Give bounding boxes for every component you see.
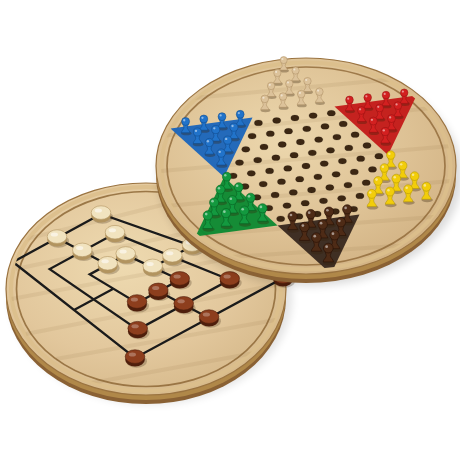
- hole[interactable]: [247, 170, 255, 176]
- hole[interactable]: [259, 181, 267, 187]
- hole[interactable]: [296, 139, 304, 145]
- boards-canvas: [0, 0, 460, 460]
- hole[interactable]: [339, 121, 347, 127]
- hole[interactable]: [315, 137, 323, 143]
- hole[interactable]: [338, 158, 346, 164]
- product-photo: [0, 0, 460, 460]
- hole[interactable]: [308, 150, 316, 156]
- hole[interactable]: [290, 152, 298, 158]
- hole[interactable]: [357, 156, 365, 162]
- hole[interactable]: [289, 190, 297, 196]
- hole[interactable]: [242, 146, 250, 152]
- hole[interactable]: [283, 203, 291, 209]
- hole[interactable]: [272, 155, 280, 161]
- hole[interactable]: [284, 128, 292, 134]
- hole[interactable]: [291, 115, 299, 121]
- hole[interactable]: [266, 131, 274, 137]
- hole[interactable]: [271, 192, 279, 198]
- hole[interactable]: [301, 200, 309, 206]
- hole[interactable]: [368, 167, 376, 173]
- hole[interactable]: [314, 174, 322, 180]
- hole[interactable]: [254, 120, 262, 126]
- hole[interactable]: [333, 134, 341, 140]
- hole[interactable]: [302, 163, 310, 169]
- hole[interactable]: [266, 168, 274, 174]
- hole[interactable]: [248, 133, 256, 139]
- hole[interactable]: [350, 169, 358, 175]
- hole[interactable]: [326, 185, 334, 191]
- hole[interactable]: [363, 143, 371, 149]
- hole[interactable]: [319, 198, 327, 204]
- hole[interactable]: [362, 180, 370, 186]
- hole[interactable]: [375, 153, 383, 159]
- hole[interactable]: [327, 110, 335, 116]
- hole[interactable]: [277, 179, 285, 185]
- hole[interactable]: [345, 145, 353, 151]
- hole[interactable]: [321, 124, 329, 130]
- hole[interactable]: [356, 193, 364, 199]
- hole[interactable]: [309, 113, 317, 119]
- hole[interactable]: [332, 171, 340, 177]
- hole[interactable]: [260, 144, 268, 150]
- hole[interactable]: [296, 176, 304, 182]
- chinese-checkers-board: [156, 57, 456, 283]
- hole[interactable]: [278, 142, 286, 148]
- hole[interactable]: [308, 187, 316, 193]
- hole[interactable]: [351, 132, 359, 138]
- hole[interactable]: [254, 157, 262, 163]
- hole[interactable]: [344, 182, 352, 188]
- hole[interactable]: [235, 160, 243, 166]
- hole[interactable]: [303, 126, 311, 132]
- hole[interactable]: [326, 147, 334, 153]
- hole[interactable]: [273, 118, 281, 124]
- hole[interactable]: [284, 166, 292, 172]
- hole[interactable]: [320, 161, 328, 167]
- hole[interactable]: [277, 216, 285, 222]
- hole[interactable]: [338, 195, 346, 201]
